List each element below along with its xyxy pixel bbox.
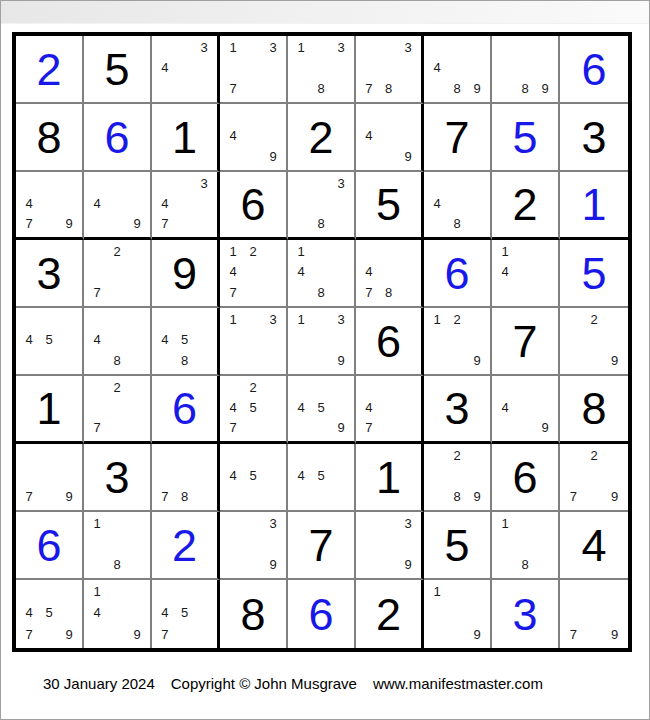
cell-r5c6[interactable]: 6 <box>356 308 424 376</box>
candidate-digit: 5 <box>39 330 59 351</box>
candidate-empty-slot <box>447 330 467 351</box>
cell-r1c9[interactable]: 6 <box>560 36 628 104</box>
candidate-empty-slot <box>194 486 214 507</box>
cell-r7c7[interactable]: 289 <box>424 444 492 512</box>
candidate-empty-slot <box>223 534 243 555</box>
candidate-empty-slot <box>379 146 399 167</box>
candidate-empty-slot <box>379 241 399 262</box>
candidate-empty-slot <box>604 309 625 330</box>
cell-r8c4[interactable]: 39 <box>220 512 288 580</box>
candidate-empty-slot <box>243 282 263 303</box>
candidate-empty-slot <box>243 146 263 167</box>
cell-r2c1[interactable]: 8 <box>16 104 84 172</box>
cell-r6c2[interactable]: 27 <box>84 376 152 444</box>
candidate-empty-slot <box>467 445 487 466</box>
cell-r5c1[interactable]: 45 <box>16 308 84 376</box>
cell-r9c1[interactable]: 4579 <box>16 580 84 648</box>
candidate-empty-slot <box>398 105 418 126</box>
candidate-empty-slot <box>263 78 283 99</box>
candidate-digit: 1 <box>427 309 447 330</box>
given-digit: 2 <box>308 115 333 160</box>
candidate-empty-slot <box>604 466 625 487</box>
candidate-empty-slot <box>127 602 147 623</box>
candidate-empty-slot <box>427 445 447 466</box>
cell-r5c5[interactable]: 139 <box>288 308 356 376</box>
candidate-empty-slot <box>447 624 467 645</box>
cell-r3c4[interactable]: 6 <box>220 172 288 240</box>
candidate-empty-slot <box>331 214 351 234</box>
candidate-empty-slot <box>447 602 467 623</box>
cell-r2c5[interactable]: 2 <box>288 104 356 172</box>
candidate-empty-slot <box>584 330 605 351</box>
cell-r8c8[interactable]: 18 <box>492 512 560 580</box>
candidate-empty-slot <box>59 581 79 602</box>
candidate-empty-slot <box>359 58 379 79</box>
candidate-grid: 4579 <box>16 580 82 648</box>
cell-r4c8[interactable]: 14 <box>492 240 560 308</box>
candidate-empty-slot <box>127 282 147 303</box>
given-digit: 3 <box>581 115 606 160</box>
cell-r7c8[interactable]: 6 <box>492 444 560 512</box>
candidate-empty-slot <box>398 534 418 555</box>
candidate-digit: 1 <box>291 37 311 58</box>
candidate-empty-slot <box>515 262 535 283</box>
candidate-empty-slot <box>515 513 535 534</box>
candidate-digit: 4 <box>87 330 107 351</box>
entered-digit: 3 <box>512 592 537 637</box>
candidate-empty-slot <box>223 486 243 507</box>
candidate-empty-slot <box>515 397 535 417</box>
candidate-empty-slot <box>379 554 399 575</box>
cell-r7c6[interactable]: 1 <box>356 444 424 512</box>
candidate-digit: 1 <box>495 513 515 534</box>
candidate-empty-slot <box>291 330 311 351</box>
candidate-empty-slot <box>447 350 467 371</box>
candidate-digit: 8 <box>447 486 467 507</box>
candidate-empty-slot <box>223 58 243 79</box>
candidate-empty-slot <box>311 309 331 330</box>
candidate-empty-slot <box>127 262 147 283</box>
candidate-empty-slot <box>604 445 625 466</box>
candidate-empty-slot <box>155 350 175 371</box>
candidate-grid: 129 <box>424 308 490 374</box>
cell-r1c5[interactable]: 138 <box>288 36 356 104</box>
candidate-grid: 479 <box>16 172 82 237</box>
candidate-digit: 8 <box>175 486 195 507</box>
candidate-digit: 1 <box>223 309 243 330</box>
candidate-empty-slot <box>243 126 263 147</box>
cell-r6c3[interactable]: 6 <box>152 376 220 444</box>
cell-r3c6[interactable]: 5 <box>356 172 424 240</box>
candidate-empty-slot <box>311 173 331 193</box>
candidate-digit: 8 <box>311 78 331 99</box>
cell-r2c9[interactable]: 3 <box>560 104 628 172</box>
cell-r9c6[interactable]: 2 <box>356 580 424 648</box>
candidate-empty-slot <box>243 58 263 79</box>
candidate-empty-slot <box>515 241 535 262</box>
cell-r8c5[interactable]: 7 <box>288 512 356 580</box>
given-digit: 3 <box>104 455 129 500</box>
cell-r5c8[interactable]: 7 <box>492 308 560 376</box>
cell-r4c4[interactable]: 1247 <box>220 240 288 308</box>
given-digit: 8 <box>240 592 265 637</box>
cell-r1c6[interactable]: 378 <box>356 36 424 104</box>
candidate-empty-slot <box>584 624 605 645</box>
candidate-empty-slot <box>427 330 447 351</box>
candidate-digit: 2 <box>447 309 467 330</box>
candidate-empty-slot <box>467 173 487 193</box>
cell-r3c1[interactable]: 479 <box>16 172 84 240</box>
cell-r9c4[interactable]: 8 <box>220 580 288 648</box>
candidate-grid: 45 <box>16 308 82 374</box>
candidate-empty-slot <box>331 241 351 262</box>
candidate-empty-slot <box>467 309 487 330</box>
candidate-empty-slot <box>263 330 283 351</box>
candidate-digit: 5 <box>243 397 263 417</box>
cell-r3c5[interactable]: 38 <box>288 172 356 240</box>
cell-r5c4[interactable]: 13 <box>220 308 288 376</box>
candidate-digit: 4 <box>427 193 447 213</box>
candidate-empty-slot <box>155 78 175 99</box>
cell-r4c1[interactable]: 3 <box>16 240 84 308</box>
candidate-empty-slot <box>87 173 107 193</box>
cell-r1c3[interactable]: 34 <box>152 36 220 104</box>
footer-date: 30 January 2024 <box>43 675 155 692</box>
candidate-empty-slot <box>398 377 418 397</box>
candidate-empty-slot <box>311 486 331 507</box>
candidate-empty-slot <box>398 241 418 262</box>
given-digit: 5 <box>376 182 401 227</box>
entered-digit: 5 <box>581 251 606 296</box>
candidate-grid: 27 <box>84 240 150 306</box>
candidate-digit: 5 <box>39 602 59 623</box>
cell-r9c8[interactable]: 3 <box>492 580 560 648</box>
candidate-empty-slot <box>39 350 59 371</box>
candidate-empty-slot <box>535 58 555 79</box>
entered-digit: 6 <box>444 251 469 296</box>
cell-r8c7[interactable]: 5 <box>424 512 492 580</box>
candidate-digit: 8 <box>311 214 331 234</box>
candidate-empty-slot <box>398 397 418 417</box>
candidate-digit: 2 <box>107 241 127 262</box>
candidate-empty-slot <box>379 126 399 147</box>
candidate-empty-slot <box>263 486 283 507</box>
candidate-empty-slot <box>194 193 214 213</box>
candidate-empty-slot <box>175 37 195 58</box>
candidate-empty-slot <box>243 37 263 58</box>
cell-r4c9[interactable]: 5 <box>560 240 628 308</box>
candidate-empty-slot <box>584 581 605 602</box>
cell-r6c5[interactable]: 459 <box>288 376 356 444</box>
candidate-empty-slot <box>87 350 107 371</box>
candidate-empty-slot <box>359 37 379 58</box>
cell-r2c2[interactable]: 6 <box>84 104 152 172</box>
candidate-empty-slot <box>291 193 311 213</box>
cell-r9c7[interactable]: 19 <box>424 580 492 648</box>
candidate-empty-slot <box>19 445 39 466</box>
candidate-empty-slot <box>223 350 243 371</box>
candidate-empty-slot <box>331 330 351 351</box>
candidate-empty-slot <box>107 513 127 534</box>
candidate-empty-slot <box>331 397 351 417</box>
candidate-empty-slot <box>495 377 515 397</box>
candidate-grid: 48 <box>424 172 490 237</box>
candidate-digit: 7 <box>155 214 175 234</box>
candidate-grid: 45 <box>220 444 286 510</box>
cell-r1c4[interactable]: 137 <box>220 36 288 104</box>
candidate-digit: 7 <box>87 418 107 438</box>
candidate-grid: 79 <box>560 580 628 648</box>
candidate-digit: 1 <box>291 309 311 330</box>
entered-digit: 2 <box>172 523 197 568</box>
candidate-empty-slot <box>398 418 418 438</box>
candidate-empty-slot <box>127 397 147 417</box>
candidate-empty-slot <box>175 466 195 487</box>
cell-r4c5[interactable]: 148 <box>288 240 356 308</box>
candidate-empty-slot <box>223 105 243 126</box>
candidate-digit: 7 <box>359 282 379 303</box>
candidate-empty-slot <box>311 445 331 466</box>
cell-r6c8[interactable]: 49 <box>492 376 560 444</box>
candidate-empty-slot <box>194 466 214 487</box>
cell-r1c2[interactable]: 5 <box>84 36 152 104</box>
cell-r1c1[interactable]: 2 <box>16 36 84 104</box>
candidate-empty-slot <box>87 262 107 283</box>
cell-r7c1[interactable]: 79 <box>16 444 84 512</box>
given-digit: 1 <box>172 115 197 160</box>
candidate-empty-slot <box>243 309 263 330</box>
candidate-digit: 1 <box>87 581 107 602</box>
cell-r7c4[interactable]: 45 <box>220 444 288 512</box>
cell-r7c9[interactable]: 279 <box>560 444 628 512</box>
candidate-empty-slot <box>263 262 283 283</box>
candidate-digit: 7 <box>19 624 39 645</box>
cell-r7c5[interactable]: 45 <box>288 444 356 512</box>
cell-r2c4[interactable]: 49 <box>220 104 288 172</box>
candidate-empty-slot <box>331 377 351 397</box>
candidate-empty-slot <box>291 350 311 371</box>
sudoku-board: 2534137138378489896861492497534794934763… <box>12 32 632 652</box>
candidate-empty-slot <box>107 418 127 438</box>
cell-r3c7[interactable]: 48 <box>424 172 492 240</box>
candidate-digit: 1 <box>291 241 311 262</box>
given-digit: 3 <box>444 386 469 431</box>
cell-r4c3[interactable]: 9 <box>152 240 220 308</box>
candidate-empty-slot <box>87 309 107 330</box>
candidate-grid: 49 <box>356 104 421 170</box>
candidate-empty-slot <box>427 486 447 507</box>
candidate-empty-slot <box>263 445 283 466</box>
candidate-digit: 3 <box>331 37 351 58</box>
candidate-empty-slot <box>311 241 331 262</box>
given-digit: 7 <box>512 319 537 364</box>
candidate-empty-slot <box>155 37 175 58</box>
candidate-digit: 3 <box>398 37 418 58</box>
candidate-empty-slot <box>515 58 535 79</box>
cell-r7c3[interactable]: 78 <box>152 444 220 512</box>
candidate-empty-slot <box>175 581 195 602</box>
cell-r6c4[interactable]: 2457 <box>220 376 288 444</box>
candidate-empty-slot <box>331 486 351 507</box>
candidate-empty-slot <box>398 58 418 79</box>
candidate-digit: 4 <box>19 330 39 351</box>
given-digit: 1 <box>376 455 401 500</box>
candidate-empty-slot <box>127 173 147 193</box>
given-digit: 7 <box>444 115 469 160</box>
cell-r6c9[interactable]: 8 <box>560 376 628 444</box>
cell-r8c9[interactable]: 4 <box>560 512 628 580</box>
candidate-empty-slot <box>495 37 515 58</box>
candidate-empty-slot <box>535 534 555 555</box>
cell-r4c2[interactable]: 27 <box>84 240 152 308</box>
candidate-digit: 7 <box>223 418 243 438</box>
candidate-empty-slot <box>515 377 535 397</box>
cell-r6c7[interactable]: 3 <box>424 376 492 444</box>
candidate-empty-slot <box>359 377 379 397</box>
candidate-empty-slot <box>19 581 39 602</box>
candidate-digit: 4 <box>291 262 311 283</box>
cell-r5c3[interactable]: 458 <box>152 308 220 376</box>
cell-r5c7[interactable]: 129 <box>424 308 492 376</box>
cell-r9c2[interactable]: 149 <box>84 580 152 648</box>
candidate-digit: 9 <box>604 486 625 507</box>
candidate-empty-slot <box>127 330 147 351</box>
candidate-digit: 1 <box>427 581 447 602</box>
candidate-grid: 289 <box>424 444 490 510</box>
candidate-empty-slot <box>263 58 283 79</box>
candidate-empty-slot <box>535 377 555 397</box>
candidate-digit: 9 <box>59 214 79 234</box>
candidate-grid: 14 <box>492 240 558 306</box>
given-digit: 9 <box>172 251 197 296</box>
candidate-empty-slot <box>311 350 331 371</box>
entered-digit: 6 <box>308 592 333 637</box>
candidate-empty-slot <box>427 602 447 623</box>
candidate-empty-slot <box>427 78 447 99</box>
candidate-grid: 459 <box>288 376 354 441</box>
candidate-digit: 4 <box>223 397 243 417</box>
candidate-grid: 489 <box>424 36 490 102</box>
given-digit: 5 <box>104 47 129 92</box>
cell-r1c8[interactable]: 89 <box>492 36 560 104</box>
candidate-empty-slot <box>535 397 555 417</box>
cell-r8c2[interactable]: 18 <box>84 512 152 580</box>
candidate-digit: 5 <box>175 602 195 623</box>
candidate-empty-slot <box>59 193 79 213</box>
cell-r9c3[interactable]: 457 <box>152 580 220 648</box>
candidate-empty-slot <box>175 624 195 645</box>
cell-r6c1[interactable]: 1 <box>16 376 84 444</box>
candidate-empty-slot <box>194 445 214 466</box>
candidate-digit: 4 <box>223 126 243 147</box>
candidate-empty-slot <box>59 173 79 193</box>
candidate-empty-slot <box>127 309 147 330</box>
cell-r7c2[interactable]: 3 <box>84 444 152 512</box>
cell-r2c6[interactable]: 49 <box>356 104 424 172</box>
candidate-empty-slot <box>447 466 467 487</box>
candidate-empty-slot <box>127 513 147 534</box>
candidate-empty-slot <box>311 193 331 213</box>
candidate-digit: 8 <box>379 78 399 99</box>
candidate-empty-slot <box>194 78 214 99</box>
candidate-digit: 7 <box>223 282 243 303</box>
cell-r1c7[interactable]: 489 <box>424 36 492 104</box>
candidate-empty-slot <box>447 193 467 213</box>
cell-r2c3[interactable]: 1 <box>152 104 220 172</box>
candidate-empty-slot <box>59 466 79 487</box>
cell-r8c6[interactable]: 39 <box>356 512 424 580</box>
cell-r3c8[interactable]: 2 <box>492 172 560 240</box>
cell-r2c8[interactable]: 5 <box>492 104 560 172</box>
candidate-empty-slot <box>467 37 487 58</box>
cell-r9c5[interactable]: 6 <box>288 580 356 648</box>
candidate-empty-slot <box>359 513 379 534</box>
candidate-empty-slot <box>107 193 127 213</box>
candidate-digit: 7 <box>155 486 175 507</box>
candidate-empty-slot <box>243 486 263 507</box>
candidate-empty-slot <box>467 602 487 623</box>
cell-r8c3[interactable]: 2 <box>152 512 220 580</box>
cell-r4c7[interactable]: 6 <box>424 240 492 308</box>
candidate-empty-slot <box>535 554 555 575</box>
candidate-grid: 19 <box>424 580 490 648</box>
candidate-digit: 7 <box>563 486 584 507</box>
candidate-empty-slot <box>19 466 39 487</box>
cell-r9c9[interactable]: 79 <box>560 580 628 648</box>
candidate-empty-slot <box>515 282 535 303</box>
candidate-digit: 9 <box>604 624 625 645</box>
candidate-empty-slot <box>584 350 605 371</box>
candidate-grid: 45 <box>288 444 354 510</box>
candidate-empty-slot <box>291 418 311 438</box>
candidate-empty-slot <box>563 581 584 602</box>
cell-r4c6[interactable]: 478 <box>356 240 424 308</box>
candidate-digit: 5 <box>243 466 263 487</box>
entered-digit: 6 <box>581 47 606 92</box>
candidate-empty-slot <box>604 602 625 623</box>
candidate-digit: 4 <box>19 193 39 213</box>
cell-r2c7[interactable]: 7 <box>424 104 492 172</box>
cell-r3c2[interactable]: 49 <box>84 172 152 240</box>
window-top-bar <box>1 1 649 24</box>
candidate-empty-slot <box>223 554 243 575</box>
candidate-digit: 9 <box>604 350 625 371</box>
candidate-empty-slot <box>263 397 283 417</box>
candidate-empty-slot <box>39 581 59 602</box>
entered-digit: 6 <box>172 386 197 431</box>
candidate-empty-slot <box>243 554 263 575</box>
cell-r3c9[interactable]: 1 <box>560 172 628 240</box>
candidate-empty-slot <box>311 262 331 283</box>
candidate-digit: 9 <box>127 624 147 645</box>
candidate-grid: 279 <box>560 444 628 510</box>
candidate-empty-slot <box>127 418 147 438</box>
candidate-grid: 89 <box>492 36 558 102</box>
cell-r6c6[interactable]: 47 <box>356 376 424 444</box>
candidate-grid: 38 <box>288 172 354 237</box>
candidate-empty-slot <box>398 282 418 303</box>
cell-r8c1[interactable]: 6 <box>16 512 84 580</box>
candidate-empty-slot <box>175 58 195 79</box>
cell-r3c3[interactable]: 347 <box>152 172 220 240</box>
cell-r5c9[interactable]: 29 <box>560 308 628 376</box>
entered-digit: 6 <box>104 115 129 160</box>
candidate-empty-slot <box>495 418 515 438</box>
candidate-empty-slot <box>59 350 79 371</box>
cell-r5c2[interactable]: 48 <box>84 308 152 376</box>
candidate-empty-slot <box>311 330 331 351</box>
candidate-empty-slot <box>311 58 331 79</box>
